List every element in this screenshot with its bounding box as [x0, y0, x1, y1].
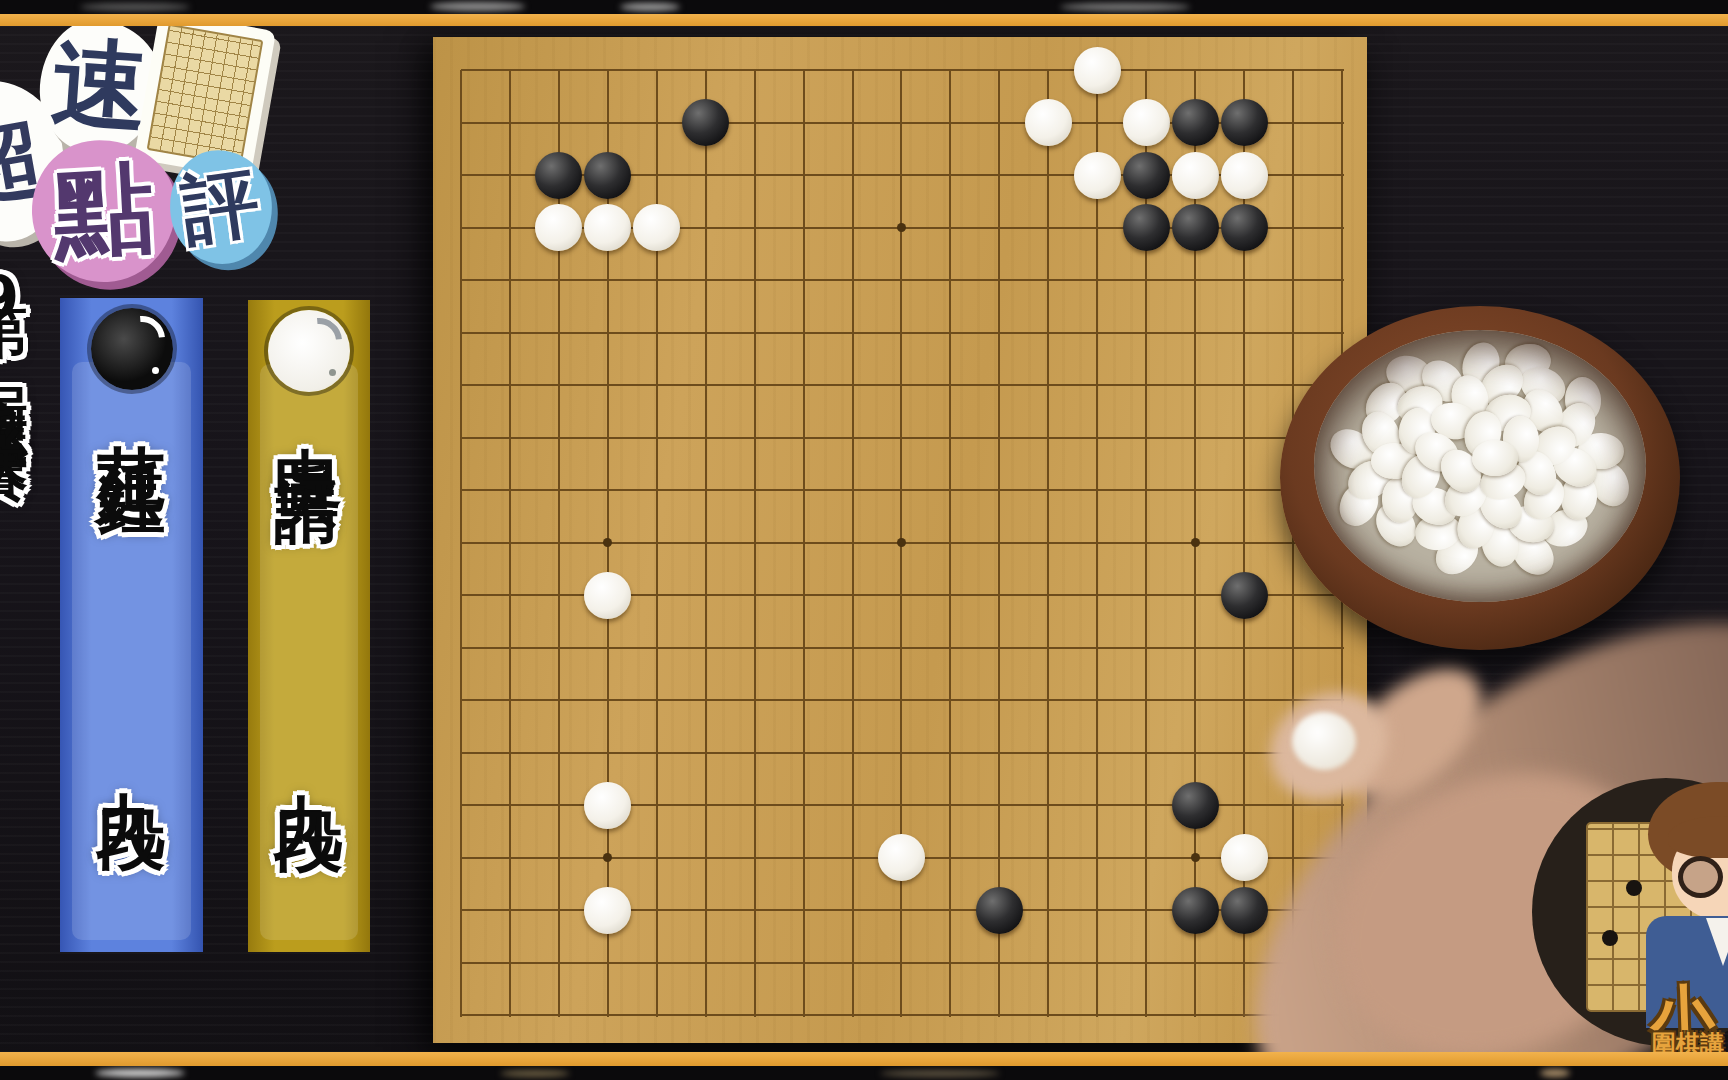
go-stone-white-r15c9	[878, 834, 925, 881]
blur-blob	[430, 2, 525, 11]
bottom-video-sliver	[0, 1066, 1728, 1080]
logo-bubble-ping: 評	[163, 143, 280, 270]
blur-blob	[880, 1070, 1000, 1077]
grid-line	[461, 752, 1344, 754]
mini-board-icon	[147, 24, 264, 167]
bowl-pile	[1314, 330, 1646, 602]
grid-line	[461, 384, 1344, 386]
go-stone-black-r2c3	[584, 152, 631, 199]
grid-line	[461, 647, 1344, 649]
go-stone-black-r1c5	[682, 99, 729, 146]
go-stone-white-r0c13	[1074, 47, 1121, 94]
held-white-stone	[1292, 712, 1356, 770]
black-player-name: 范廷鈺	[98, 390, 166, 432]
go-stone-black-r3c15	[1172, 204, 1219, 251]
blur-blob	[620, 3, 680, 11]
black-stone-icon	[91, 308, 173, 390]
grid-line	[705, 70, 707, 1017]
black-player-banner: 范廷鈺 九段	[60, 298, 203, 952]
go-stone-white-r1c12	[1025, 99, 1072, 146]
go-stone-white-r10c3	[584, 572, 631, 619]
go-stone-black-r3c16	[1221, 204, 1268, 251]
video-frame[interactable]: 第9屆應氏杯半決賽 超 速 點 評 范廷鈺 九段 申眞諝 九段	[0, 0, 1728, 1080]
go-stone-white-r2c13	[1074, 152, 1121, 199]
stone-dot-icon	[329, 369, 336, 376]
stone-bowl	[1280, 306, 1680, 650]
grid-line	[461, 1014, 1344, 1016]
stone-gleam-icon	[287, 309, 352, 374]
go-stone-black-r2c14	[1123, 152, 1170, 199]
white-banner-panel	[260, 364, 358, 940]
blur-blob	[80, 3, 190, 11]
white-player-name: 申眞諝	[275, 392, 343, 434]
grid-line	[461, 437, 1344, 439]
go-stone-black-r2c2	[535, 152, 582, 199]
grid-line	[998, 70, 1000, 1017]
grid-line	[1292, 70, 1294, 1017]
go-stone-black-r1c15	[1172, 99, 1219, 146]
top-video-sliver	[0, 0, 1728, 14]
grid-line	[461, 69, 1344, 71]
go-stone-white-r2c16	[1221, 152, 1268, 199]
logo-char-su: 速	[48, 19, 153, 155]
grid-line	[803, 70, 805, 1017]
go-stone-white-r3c2	[535, 204, 582, 251]
go-stone-white-r15c16	[1221, 834, 1268, 881]
avatar-board-stone	[1602, 930, 1618, 946]
stone-gleam-icon	[109, 307, 174, 372]
black-banner-panel	[72, 362, 191, 940]
go-stone-black-r3c14	[1123, 204, 1170, 251]
blur-blob	[500, 1070, 570, 1077]
go-stone-black-r14c15	[1172, 782, 1219, 829]
go-stone-white-r3c4	[633, 204, 680, 251]
logo-char-ping: 評	[176, 151, 266, 264]
go-stone-white-r3c3	[584, 204, 631, 251]
orange-frame-top	[0, 14, 1728, 26]
event-caption: 第9屆應氏杯半決賽	[0, 255, 28, 404]
star-point	[897, 223, 906, 232]
go-stone-black-r1c16	[1221, 99, 1268, 146]
glasses-lens	[1678, 856, 1723, 898]
blur-blob	[1540, 1069, 1570, 1077]
grid-line	[852, 70, 854, 1017]
grid-line	[754, 70, 756, 1017]
grid-line	[461, 279, 1344, 281]
star-point	[897, 538, 906, 547]
white-player-banner: 申眞諝 九段	[248, 300, 370, 952]
go-board	[433, 37, 1367, 1043]
go-stone-white-r1c14	[1123, 99, 1170, 146]
grid-line	[460, 70, 462, 1017]
grid-line	[461, 489, 1344, 491]
avatar-board-stone	[1626, 880, 1642, 896]
go-stone-black-r10c16	[1221, 572, 1268, 619]
go-stone-white-r2c15	[1172, 152, 1219, 199]
blur-blob	[1060, 3, 1190, 11]
star-point	[1191, 538, 1200, 547]
grid-line	[509, 70, 511, 1017]
white-player-rank: 九段	[275, 738, 343, 766]
go-stone-black-r16c15	[1172, 887, 1219, 934]
blur-blob	[95, 1069, 185, 1077]
grid-line	[1096, 70, 1098, 1017]
logo-char-dian: 點	[51, 141, 158, 281]
white-stone-icon	[268, 310, 350, 392]
grid-line	[461, 332, 1344, 334]
bowl-rim-shadow	[1314, 330, 1646, 602]
go-stone-black-r16c16	[1221, 887, 1268, 934]
avatar-glasses	[1678, 856, 1728, 890]
star-point	[1191, 853, 1200, 862]
star-point	[603, 853, 612, 862]
grid-line	[1047, 70, 1049, 1017]
grid-line	[949, 70, 951, 1017]
stone-dot-icon	[152, 367, 159, 374]
go-stone-white-r14c3	[584, 782, 631, 829]
orange-frame-bottom	[0, 1052, 1728, 1066]
star-point	[603, 538, 612, 547]
grid-line	[461, 699, 1344, 701]
go-stone-black-r16c11	[976, 887, 1023, 934]
go-stone-white-r16c3	[584, 887, 631, 934]
grid-line	[461, 962, 1344, 964]
black-player-rank: 九段	[98, 736, 166, 764]
